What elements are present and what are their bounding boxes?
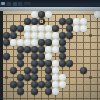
white-stone — [94, 11, 100, 18]
black-stone — [66, 32, 73, 39]
black-stone — [31, 46, 38, 53]
white-stone — [73, 25, 80, 32]
black-stone — [17, 74, 24, 81]
black-stone — [31, 18, 38, 25]
black-stone — [38, 60, 45, 67]
white-stone — [45, 46, 52, 53]
hoshi-star-point — [89, 34, 91, 36]
white-stone — [31, 11, 38, 18]
black-stone — [38, 18, 45, 25]
black-stone — [38, 11, 45, 18]
black-stone — [59, 53, 66, 60]
white-stone — [38, 25, 45, 32]
white-stone — [80, 25, 87, 32]
white-stone — [52, 88, 59, 95]
white-stone — [52, 46, 59, 53]
black-stone — [3, 53, 10, 60]
black-stone — [38, 81, 45, 88]
black-stone — [80, 67, 87, 74]
grid-line-horizontal — [3, 98, 100, 99]
black-stone — [10, 25, 17, 32]
white-stone — [10, 39, 17, 46]
white-stone — [59, 81, 66, 88]
white-stone — [52, 67, 59, 74]
black-stone — [31, 81, 38, 88]
black-stone — [31, 60, 38, 67]
black-stone — [45, 74, 52, 81]
white-stone — [59, 74, 66, 81]
white-stone — [52, 74, 59, 81]
go-app-screenshot — [0, 0, 100, 100]
black-stone — [38, 53, 45, 60]
black-stone — [10, 67, 17, 74]
white-stone — [52, 39, 59, 46]
black-stone — [45, 81, 52, 88]
black-stone — [45, 39, 52, 46]
board-area — [0, 11, 100, 100]
black-stone — [45, 67, 52, 74]
black-stone — [66, 18, 73, 25]
black-stone — [17, 81, 24, 88]
black-stone — [59, 18, 66, 25]
black-stone — [66, 25, 73, 32]
white-stone — [52, 60, 59, 67]
black-stone — [31, 88, 38, 95]
white-stone — [80, 18, 87, 25]
last-move-marker-icon — [40, 20, 43, 23]
black-stone — [24, 67, 31, 74]
titlebar-title-fragment — [24, 2, 31, 5]
hoshi-star-point — [89, 76, 91, 78]
black-stone — [10, 32, 17, 39]
white-stone — [24, 39, 31, 46]
app-icon — [1, 2, 5, 6]
white-stone — [24, 25, 31, 32]
black-stone — [38, 46, 45, 53]
white-stone — [45, 32, 52, 39]
black-stone — [59, 46, 66, 53]
black-stone — [59, 60, 66, 67]
white-stone — [38, 32, 45, 39]
black-stone — [17, 88, 24, 95]
grid-line-vertical — [97, 14, 98, 100]
white-stone — [52, 81, 59, 88]
white-stone — [31, 25, 38, 32]
menu-icon[interactable] — [13, 2, 17, 6]
black-stone — [17, 46, 24, 53]
white-stone — [45, 53, 52, 60]
black-stone — [59, 39, 66, 46]
white-stone — [73, 18, 80, 25]
black-stone — [17, 53, 24, 60]
white-stone — [31, 32, 38, 39]
black-stone — [17, 25, 24, 32]
black-stone — [45, 60, 52, 67]
white-stone — [24, 32, 31, 39]
menu-icon[interactable] — [7, 2, 11, 6]
black-stone — [31, 67, 38, 74]
grid-line-vertical — [90, 14, 91, 100]
go-board[interactable] — [3, 11, 100, 100]
black-stone — [52, 25, 59, 32]
black-stone — [3, 32, 10, 39]
black-stone — [31, 74, 38, 81]
window-titlebar[interactable] — [0, 0, 100, 7]
white-stone — [52, 32, 59, 39]
black-stone — [17, 60, 24, 67]
hoshi-star-point — [5, 76, 7, 78]
black-stone — [3, 39, 10, 46]
black-stone — [24, 74, 31, 81]
black-stone — [10, 81, 17, 88]
black-stone — [24, 46, 31, 53]
black-stone — [45, 88, 52, 95]
black-stone — [31, 53, 38, 60]
white-stone — [45, 11, 52, 18]
black-stone — [38, 39, 45, 46]
menu-icon[interactable] — [18, 2, 22, 6]
white-stone — [45, 25, 52, 32]
black-stone — [24, 18, 31, 25]
black-stone — [66, 60, 73, 67]
white-stone — [31, 39, 38, 46]
black-stone — [59, 32, 66, 39]
white-stone — [17, 39, 24, 46]
